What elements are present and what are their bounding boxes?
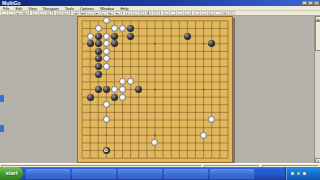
white-stone (103, 101, 110, 108)
white-stone (103, 48, 110, 55)
black-stone (87, 94, 94, 101)
tray-icon[interactable] (291, 172, 294, 175)
black-stone (95, 55, 102, 62)
new-file-icon[interactable]: □ (1, 11, 7, 15)
cut-icon[interactable]: ✂ (32, 11, 38, 15)
black-stone (127, 33, 134, 40)
close-button[interactable]: × (314, 1, 319, 5)
white-stone (111, 86, 118, 93)
last-move-marker (104, 149, 108, 152)
zoom-out-icon[interactable]: − (201, 11, 207, 15)
toolbar-separator (191, 11, 192, 15)
white-stone (103, 40, 110, 47)
taskbar-window-button[interactable] (72, 169, 116, 179)
window-controls: _□× (302, 1, 319, 5)
open-folder-icon[interactable]: ▰ (8, 11, 14, 15)
black-stone (95, 40, 102, 47)
white-stone (119, 86, 126, 93)
white-stone (127, 78, 134, 85)
start-button[interactable]: start (0, 167, 23, 180)
white-stone (119, 25, 126, 32)
black-stone (95, 33, 102, 40)
taskbar-window-button[interactable] (26, 169, 70, 179)
menu-options[interactable]: Options (77, 6, 97, 11)
black-stone (111, 40, 118, 47)
black-stone (87, 40, 94, 47)
black-stone (135, 86, 142, 93)
black-stone (103, 147, 110, 154)
label-icon[interactable]: A (146, 11, 152, 15)
black-stone (95, 86, 102, 93)
menu-edit[interactable]: Edit (12, 6, 25, 11)
taskbar-window-button[interactable] (118, 169, 162, 179)
back-10-icon[interactable]: ◀◀ (80, 11, 86, 15)
app-client-area: ▴ ▾ (0, 16, 320, 163)
black-stone (184, 33, 191, 40)
toolbar-separator (122, 11, 123, 15)
white-stone (103, 116, 110, 123)
vertical-scrollbar[interactable]: ▴ ▾ (314, 16, 320, 163)
white-stone-icon[interactable]: ○ (132, 11, 138, 15)
black-stone (111, 94, 118, 101)
go-board[interactable] (77, 16, 233, 163)
board-stones (78, 17, 232, 162)
save-icon[interactable]: ■ (15, 11, 21, 15)
white-stone (103, 63, 110, 70)
mark-icon[interactable]: ◯ (139, 11, 145, 15)
white-stone (119, 94, 126, 101)
system-tray (285, 167, 320, 180)
tray-icon[interactable] (297, 172, 300, 175)
back-icon[interactable]: ◂ (87, 11, 93, 15)
white-stone (208, 116, 215, 123)
black-stone-icon[interactable]: ● (125, 11, 131, 15)
menu-tools[interactable]: Tools (62, 6, 77, 11)
white-stone (200, 132, 207, 139)
forward-10-icon[interactable]: ▶ (108, 11, 114, 15)
menu-navigate[interactable]: Navigate (40, 6, 62, 11)
settings-icon[interactable]: ⚙ (222, 11, 228, 15)
first-move-icon[interactable]: ◀ (73, 11, 79, 15)
toolbar-separator (29, 11, 30, 15)
toolbar-separator (70, 11, 71, 15)
zoom-in-icon[interactable]: + (194, 11, 200, 15)
minimize-button[interactable]: _ (302, 1, 307, 5)
white-stone (111, 25, 118, 32)
menu-view[interactable]: View (25, 6, 40, 11)
white-stone (95, 25, 102, 32)
help-icon[interactable]: ? (229, 11, 235, 15)
stop-icon[interactable]: ■ (94, 11, 100, 15)
undo-icon[interactable]: ↶ (56, 11, 62, 15)
number-icon[interactable]: 1 (153, 11, 159, 15)
white-stone (119, 78, 126, 85)
redo-icon[interactable]: ↷ (63, 11, 69, 15)
white-stone (103, 17, 110, 24)
menu-window[interactable]: Window (97, 6, 117, 11)
white-stone (151, 139, 158, 146)
background-window-icon (0, 125, 4, 132)
toolbar-separator (160, 11, 161, 15)
tray-icon[interactable] (303, 172, 306, 175)
info-icon[interactable]: i (177, 11, 183, 15)
black-stone (95, 48, 102, 55)
black-stone (103, 86, 110, 93)
menu-file[interactable]: File (0, 6, 12, 11)
toolbar-separator (53, 11, 54, 15)
maximize-button[interactable]: □ (308, 1, 313, 5)
clock-icon[interactable]: ◔ (184, 11, 190, 15)
taskbar: start (0, 167, 320, 180)
scrollbar-thumb[interactable] (315, 21, 320, 51)
taskbar-window-button[interactable] (210, 169, 254, 179)
paste-icon[interactable]: ▧ (46, 11, 52, 15)
white-stone (103, 55, 110, 62)
tree-icon[interactable]: ⑂ (163, 11, 169, 15)
print-icon[interactable]: ▤ (22, 11, 28, 15)
copy-icon[interactable]: ▭ (39, 11, 45, 15)
comment-icon[interactable]: ▬ (170, 11, 176, 15)
white-stone (103, 33, 110, 40)
flip-icon[interactable]: ↔ (215, 11, 221, 15)
menu-help[interactable]: Help (117, 6, 131, 11)
forward-icon[interactable]: ▸ (101, 11, 107, 15)
black-stone (111, 33, 118, 40)
black-stone (95, 63, 102, 70)
background-window-icon (0, 95, 4, 102)
white-stone (87, 33, 94, 40)
black-stone (95, 71, 102, 78)
black-stone (208, 40, 215, 47)
screen: MultiGo _□× FileEditViewNavigateToolsOpt… (0, 0, 320, 180)
last-move-icon[interactable]: ▶ (115, 11, 121, 15)
taskbar-window-button[interactable] (164, 169, 208, 179)
rotate-icon[interactable]: ↻ (208, 11, 214, 15)
black-stone (127, 25, 134, 32)
